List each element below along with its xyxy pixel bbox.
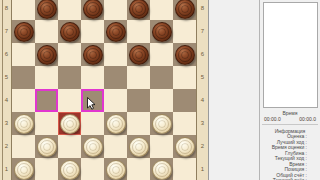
rank-label-4: 4	[197, 88, 208, 111]
square-b4[interactable]	[35, 89, 58, 112]
rank-label-3: 3	[197, 111, 208, 134]
board	[11, 0, 197, 180]
square-f1[interactable]	[127, 158, 150, 180]
rank-labels-left: 87654321	[2, 0, 11, 180]
checker-light-a3[interactable]	[14, 114, 34, 134]
square-c2[interactable]	[58, 135, 81, 158]
square-g1[interactable]	[150, 158, 173, 180]
square-e7[interactable]	[104, 20, 127, 43]
square-g8[interactable]	[150, 0, 173, 20]
square-h2[interactable]	[173, 135, 196, 158]
square-e5[interactable]	[104, 66, 127, 89]
rank-label-6: 6	[197, 42, 208, 65]
square-h8[interactable]	[173, 0, 196, 20]
checker-light-c1[interactable]	[60, 160, 80, 180]
square-g3[interactable]	[150, 112, 173, 135]
rank-label-2: 2	[2, 134, 11, 157]
square-a6[interactable]	[12, 43, 35, 66]
checker-dark-a7[interactable]	[14, 22, 34, 42]
checker-light-d2[interactable]	[83, 137, 103, 157]
square-d6[interactable]	[81, 43, 104, 66]
square-e3[interactable]	[104, 112, 127, 135]
square-a8[interactable]	[12, 0, 35, 20]
square-a5[interactable]	[12, 66, 35, 89]
rank-label-2: 2	[197, 134, 208, 157]
square-f3[interactable]	[127, 112, 150, 135]
square-c8[interactable]	[58, 0, 81, 20]
square-d8[interactable]	[81, 0, 104, 20]
square-d7[interactable]	[81, 20, 104, 43]
checker-light-e3[interactable]	[106, 114, 126, 134]
square-b3[interactable]	[35, 112, 58, 135]
square-d5[interactable]	[81, 66, 104, 89]
square-a3[interactable]	[12, 112, 35, 135]
checker-light-g3[interactable]	[152, 114, 172, 134]
rank-labels-right: 87654321	[197, 0, 208, 180]
checker-dark-b6[interactable]	[37, 45, 57, 65]
separator-line	[262, 124, 318, 125]
square-b2[interactable]	[35, 135, 58, 158]
square-b5[interactable]	[35, 66, 58, 89]
square-h7[interactable]	[173, 20, 196, 43]
clock-row: 00:00.0 00:00.0	[260, 116, 320, 122]
square-c5[interactable]	[58, 66, 81, 89]
info-label-current-score: Текущий счёт :	[260, 178, 320, 180]
square-g6[interactable]	[150, 43, 173, 66]
square-b6[interactable]	[35, 43, 58, 66]
square-d1[interactable]	[81, 158, 104, 180]
square-f4[interactable]	[127, 89, 150, 112]
checker-dark-d8[interactable]	[83, 0, 103, 19]
checker-light-h2[interactable]	[175, 137, 195, 157]
square-g2[interactable]	[150, 135, 173, 158]
clock-right-time: 00:00.0	[299, 116, 316, 122]
square-a4[interactable]	[12, 89, 35, 112]
rank-label-7: 7	[197, 19, 208, 42]
square-g4[interactable]	[150, 89, 173, 112]
checker-light-b2[interactable]	[37, 137, 57, 157]
square-h6[interactable]	[173, 43, 196, 66]
square-f6[interactable]	[127, 43, 150, 66]
rank-label-8: 8	[197, 0, 208, 19]
square-c7[interactable]	[58, 20, 81, 43]
square-f7[interactable]	[127, 20, 150, 43]
rank-label-8: 8	[2, 0, 11, 19]
checker-dark-d6[interactable]	[83, 45, 103, 65]
move-list-panel[interactable]	[263, 2, 318, 108]
checker-dark-g7[interactable]	[152, 22, 172, 42]
checker-dark-f8[interactable]	[129, 0, 149, 19]
square-e8[interactable]	[104, 0, 127, 20]
checker-dark-c7[interactable]	[60, 22, 80, 42]
square-e2[interactable]	[104, 135, 127, 158]
checker-dark-h8[interactable]	[175, 0, 195, 19]
square-e4[interactable]	[104, 89, 127, 112]
square-f5[interactable]	[127, 66, 150, 89]
info-rows: Оценка : Лучший ход : Время оценки : Глу…	[260, 134, 320, 180]
checker-light-c3[interactable]	[60, 114, 80, 134]
checker-dark-f6[interactable]	[129, 45, 149, 65]
rank-label-1: 1	[197, 157, 208, 180]
board-frame: 87654321 87654321	[0, 0, 209, 180]
square-d3[interactable]	[81, 112, 104, 135]
square-b7[interactable]	[35, 20, 58, 43]
square-e1[interactable]	[104, 158, 127, 180]
checker-light-g1[interactable]	[152, 160, 172, 180]
clock-left-time: 00:00.0	[264, 116, 281, 122]
checker-light-e1[interactable]	[106, 160, 126, 180]
rank-label-5: 5	[197, 65, 208, 88]
checker-dark-b8[interactable]	[37, 0, 57, 19]
square-g7[interactable]	[150, 20, 173, 43]
checker-dark-e7[interactable]	[106, 22, 126, 42]
square-c1[interactable]	[58, 158, 81, 180]
checker-dark-h6[interactable]	[175, 45, 195, 65]
square-h4[interactable]	[173, 89, 196, 112]
square-a2[interactable]	[12, 135, 35, 158]
checkers-app-window: 87654321 87654321 Время 00:00.0 00:00.0 …	[0, 0, 320, 180]
right-panel: Время 00:00.0 00:00.0 Информация Оценка …	[260, 0, 320, 180]
square-c6[interactable]	[58, 43, 81, 66]
square-h3[interactable]	[173, 112, 196, 135]
square-f2[interactable]	[127, 135, 150, 158]
rank-label-4: 4	[2, 88, 11, 111]
rank-label-6: 6	[2, 42, 11, 65]
square-h1[interactable]	[173, 158, 196, 180]
square-c4[interactable]	[58, 89, 81, 112]
checker-light-f2[interactable]	[129, 137, 149, 157]
rank-label-1: 1	[2, 157, 11, 180]
square-f8[interactable]	[127, 0, 150, 20]
square-a7[interactable]	[12, 20, 35, 43]
square-c3[interactable]	[58, 112, 81, 135]
square-d2[interactable]	[81, 135, 104, 158]
square-h5[interactable]	[173, 66, 196, 89]
square-b8[interactable]	[35, 0, 58, 20]
square-e6[interactable]	[104, 43, 127, 66]
square-a1[interactable]	[12, 158, 35, 180]
checker-light-a1[interactable]	[14, 160, 34, 180]
rank-label-7: 7	[2, 19, 11, 42]
mouse-cursor-icon	[87, 97, 96, 110]
square-g5[interactable]	[150, 66, 173, 89]
square-b1[interactable]	[35, 158, 58, 180]
rank-label-5: 5	[2, 65, 11, 88]
rank-label-3: 3	[2, 111, 11, 134]
